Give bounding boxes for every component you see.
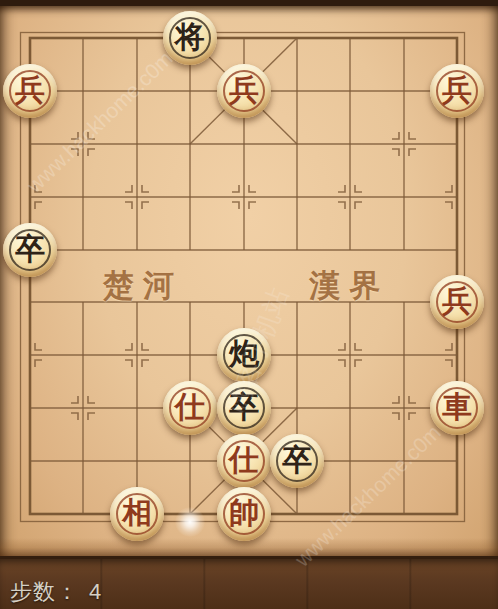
black-soldier-glyph: 卒 [282, 445, 312, 475]
red-elephant-glyph: 相 [122, 498, 152, 528]
black-soldier[interactable]: 卒 [270, 434, 324, 488]
black-cannon[interactable]: 炮 [217, 328, 271, 382]
red-advisor-glyph: 仕 [175, 392, 205, 422]
red-soldier[interactable]: 兵 [430, 64, 484, 118]
red-soldier-glyph: 兵 [15, 75, 45, 105]
red-advisor[interactable]: 仕 [163, 381, 217, 435]
red-general[interactable]: 帥 [217, 487, 271, 541]
river-label-chuhe: 楚河 [103, 270, 183, 301]
black-general-glyph: 将 [175, 22, 205, 52]
bottom-bar: 步数：4 [0, 556, 498, 609]
red-general-glyph: 帥 [229, 498, 259, 528]
red-soldier-glyph: 兵 [442, 286, 472, 316]
step-counter: 步数：4 [10, 577, 102, 607]
red-chariot-glyph: 車 [442, 392, 472, 422]
red-elephant[interactable]: 相 [110, 487, 164, 541]
red-soldier-glyph: 兵 [442, 75, 472, 105]
step-count-value: 4 [89, 579, 102, 604]
red-soldier[interactable]: 兵 [430, 275, 484, 329]
black-cannon-glyph: 炮 [229, 339, 259, 369]
red-chariot[interactable]: 車 [430, 381, 484, 435]
black-general[interactable]: 将 [163, 11, 217, 65]
red-soldier[interactable]: 兵 [3, 64, 57, 118]
river-label-hanjie: 漢界 [309, 270, 389, 301]
red-soldier[interactable]: 兵 [217, 64, 271, 118]
red-soldier-glyph: 兵 [229, 75, 259, 105]
black-soldier[interactable]: 卒 [3, 223, 57, 277]
black-soldier[interactable]: 卒 [217, 381, 271, 435]
black-soldier-glyph: 卒 [15, 234, 45, 264]
step-counter-label: 步数： [10, 579, 79, 604]
red-advisor-glyph: 仕 [229, 445, 259, 475]
board-bevel [0, 538, 498, 556]
game-screen: 楚河 漢界 将兵兵兵卒兵炮仕卒車仕卒相帥 www.hackhome.c0m嗨客手… [0, 0, 498, 609]
black-soldier-glyph: 卒 [229, 392, 259, 422]
last-move-indicator [175, 507, 205, 537]
red-advisor[interactable]: 仕 [217, 434, 271, 488]
